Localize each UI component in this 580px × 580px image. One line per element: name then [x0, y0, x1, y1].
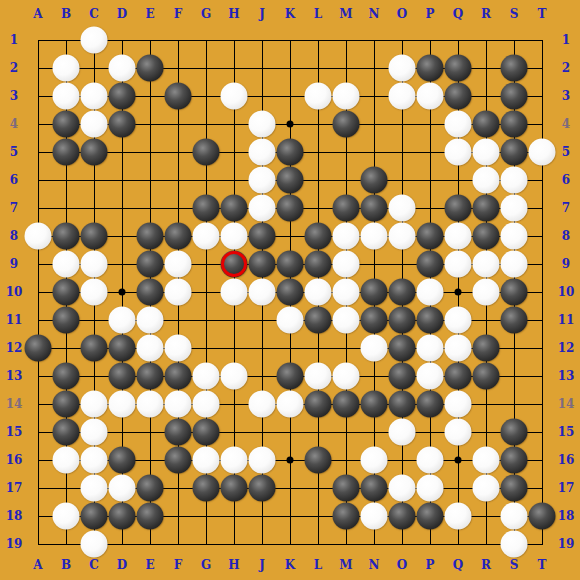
white-stone-H3 — [221, 83, 248, 110]
white-stone-C15 — [81, 419, 108, 446]
col-label-bottom-G: G — [201, 558, 211, 572]
black-stone-K7 — [277, 195, 304, 222]
white-stone-B2 — [53, 55, 80, 82]
white-stone-M10 — [333, 279, 360, 306]
white-stone-P16 — [417, 447, 444, 474]
col-label-bottom-L: L — [314, 558, 322, 572]
col-label-top-F: F — [174, 7, 183, 21]
row-label-left-18: 18 — [6, 509, 23, 523]
star-point-K4 — [287, 121, 294, 128]
white-stone-L10 — [305, 279, 332, 306]
col-label-bottom-C: C — [89, 558, 99, 572]
last-move-marker — [221, 251, 247, 277]
white-stone-Q9 — [445, 251, 472, 278]
row-label-left-2: 2 — [10, 61, 18, 75]
black-stone-E17 — [137, 475, 164, 502]
black-stone-C12 — [81, 335, 108, 362]
black-stone-S17 — [501, 475, 528, 502]
black-stone-R7 — [473, 195, 500, 222]
white-stone-E14 — [137, 391, 164, 418]
white-stone-O15 — [389, 419, 416, 446]
col-label-bottom-B: B — [61, 558, 71, 572]
white-stone-J10 — [249, 279, 276, 306]
black-stone-O13 — [389, 363, 416, 390]
col-label-bottom-N: N — [369, 558, 380, 572]
black-stone-F13 — [165, 363, 192, 390]
black-stone-B11 — [53, 307, 80, 334]
col-label-top-G: G — [201, 7, 211, 21]
row-label-left-11: 11 — [6, 313, 23, 327]
white-stone-C16 — [81, 447, 108, 474]
col-label-bottom-P: P — [425, 558, 434, 572]
white-stone-J7 — [249, 195, 276, 222]
black-stone-R13 — [473, 363, 500, 390]
white-stone-O8 — [389, 223, 416, 250]
white-stone-Q11 — [445, 307, 472, 334]
white-stone-H10 — [221, 279, 248, 306]
white-stone-M11 — [333, 307, 360, 334]
black-stone-E13 — [137, 363, 164, 390]
white-stone-M3 — [333, 83, 360, 110]
black-stone-K10 — [277, 279, 304, 306]
black-stone-M4 — [333, 111, 360, 138]
white-stone-R9 — [473, 251, 500, 278]
col-label-top-Q: Q — [453, 7, 463, 21]
white-stone-P13 — [417, 363, 444, 390]
black-stone-C5 — [81, 139, 108, 166]
row-label-right-12: 12 — [558, 341, 575, 355]
star-point-Q10 — [455, 289, 462, 296]
black-stone-L14 — [305, 391, 332, 418]
white-stone-H16 — [221, 447, 248, 474]
black-stone-L16 — [305, 447, 332, 474]
black-stone-N17 — [361, 475, 388, 502]
col-label-bottom-M: M — [339, 558, 352, 572]
white-stone-R10 — [473, 279, 500, 306]
black-stone-S4 — [501, 111, 528, 138]
col-label-bottom-Q: Q — [453, 558, 463, 572]
black-stone-B13 — [53, 363, 80, 390]
row-label-right-19: 19 — [558, 537, 575, 551]
white-stone-O2 — [389, 55, 416, 82]
black-stone-T18 — [529, 503, 556, 530]
black-stone-B5 — [53, 139, 80, 166]
black-stone-L11 — [305, 307, 332, 334]
black-stone-O14 — [389, 391, 416, 418]
col-label-bottom-A: A — [33, 558, 42, 572]
black-stone-H7 — [221, 195, 248, 222]
black-stone-S10 — [501, 279, 528, 306]
white-stone-C17 — [81, 475, 108, 502]
white-stone-M8 — [333, 223, 360, 250]
black-stone-B10 — [53, 279, 80, 306]
black-stone-N14 — [361, 391, 388, 418]
row-label-left-10: 10 — [6, 285, 23, 299]
row-label-left-13: 13 — [6, 369, 23, 383]
col-label-bottom-R: R — [481, 558, 491, 572]
row-label-right-1: 1 — [562, 33, 570, 47]
black-stone-E9 — [137, 251, 164, 278]
star-point-D10 — [119, 289, 126, 296]
col-label-top-N: N — [369, 7, 380, 21]
black-stone-H17 — [221, 475, 248, 502]
col-label-top-S: S — [510, 7, 519, 21]
black-stone-D3 — [109, 83, 136, 110]
col-label-top-L: L — [314, 7, 322, 21]
black-stone-C18 — [81, 503, 108, 530]
row-label-right-18: 18 — [558, 509, 575, 523]
white-stone-N8 — [361, 223, 388, 250]
white-stone-C10 — [81, 279, 108, 306]
white-stone-F9 — [165, 251, 192, 278]
black-stone-J17 — [249, 475, 276, 502]
black-stone-G15 — [193, 419, 220, 446]
col-label-top-E: E — [145, 7, 154, 21]
white-stone-C4 — [81, 111, 108, 138]
white-stone-P12 — [417, 335, 444, 362]
white-stone-C19 — [81, 531, 108, 558]
go-board-screenshot: AABBCCDDEEFFGGHHJJKKLLMMNNOOPPQQRRSSTT11… — [0, 0, 580, 580]
black-stone-G17 — [193, 475, 220, 502]
black-stone-L9 — [305, 251, 332, 278]
white-stone-C3 — [81, 83, 108, 110]
row-label-right-9: 9 — [562, 257, 570, 271]
black-stone-B15 — [53, 419, 80, 446]
row-label-right-11: 11 — [558, 313, 575, 327]
black-stone-O10 — [389, 279, 416, 306]
black-stone-S5 — [501, 139, 528, 166]
white-stone-P10 — [417, 279, 444, 306]
black-stone-C8 — [81, 223, 108, 250]
col-label-bottom-S: S — [510, 558, 519, 572]
white-stone-G14 — [193, 391, 220, 418]
black-stone-N10 — [361, 279, 388, 306]
col-label-top-P: P — [425, 7, 434, 21]
black-stone-A12 — [25, 335, 52, 362]
black-stone-P2 — [417, 55, 444, 82]
col-label-bottom-H: H — [228, 558, 239, 572]
white-stone-E12 — [137, 335, 164, 362]
col-label-top-D: D — [117, 7, 127, 21]
col-label-top-C: C — [89, 7, 99, 21]
white-stone-R5 — [473, 139, 500, 166]
row-label-left-5: 5 — [10, 145, 18, 159]
black-stone-J9 — [249, 251, 276, 278]
white-stone-J16 — [249, 447, 276, 474]
black-stone-S15 — [501, 419, 528, 446]
row-label-right-16: 16 — [558, 453, 575, 467]
row-label-right-7: 7 — [562, 201, 570, 215]
black-stone-D4 — [109, 111, 136, 138]
black-stone-B4 — [53, 111, 80, 138]
white-stone-O7 — [389, 195, 416, 222]
white-stone-N16 — [361, 447, 388, 474]
white-stone-B3 — [53, 83, 80, 110]
black-stone-Q2 — [445, 55, 472, 82]
row-label-right-13: 13 — [558, 369, 575, 383]
black-stone-P18 — [417, 503, 444, 530]
col-label-top-R: R — [481, 7, 491, 21]
black-stone-P8 — [417, 223, 444, 250]
black-stone-G7 — [193, 195, 220, 222]
white-stone-R16 — [473, 447, 500, 474]
black-stone-R4 — [473, 111, 500, 138]
white-stone-S18 — [501, 503, 528, 530]
black-stone-M18 — [333, 503, 360, 530]
row-label-right-10: 10 — [558, 285, 575, 299]
black-stone-N11 — [361, 307, 388, 334]
white-stone-B9 — [53, 251, 80, 278]
white-stone-B16 — [53, 447, 80, 474]
black-stone-D12 — [109, 335, 136, 362]
white-stone-K11 — [277, 307, 304, 334]
white-stone-J4 — [249, 111, 276, 138]
black-stone-B8 — [53, 223, 80, 250]
black-stone-S16 — [501, 447, 528, 474]
black-stone-K13 — [277, 363, 304, 390]
white-stone-S9 — [501, 251, 528, 278]
black-stone-F15 — [165, 419, 192, 446]
col-label-top-H: H — [228, 7, 239, 21]
black-stone-Q13 — [445, 363, 472, 390]
white-stone-Q12 — [445, 335, 472, 362]
col-label-bottom-K: K — [285, 558, 295, 572]
col-label-top-K: K — [285, 7, 295, 21]
white-stone-F10 — [165, 279, 192, 306]
row-label-right-3: 3 — [562, 89, 570, 103]
black-stone-O11 — [389, 307, 416, 334]
row-label-right-4: 4 — [562, 117, 570, 131]
row-label-left-1: 1 — [10, 33, 18, 47]
col-label-bottom-D: D — [117, 558, 127, 572]
black-stone-F3 — [165, 83, 192, 110]
white-stone-L13 — [305, 363, 332, 390]
black-stone-G5 — [193, 139, 220, 166]
black-stone-M14 — [333, 391, 360, 418]
star-point-K16 — [287, 457, 294, 464]
black-stone-M17 — [333, 475, 360, 502]
row-label-left-17: 17 — [6, 481, 23, 495]
white-stone-L3 — [305, 83, 332, 110]
white-stone-P17 — [417, 475, 444, 502]
white-stone-J5 — [249, 139, 276, 166]
black-stone-O12 — [389, 335, 416, 362]
white-stone-S8 — [501, 223, 528, 250]
black-stone-B14 — [53, 391, 80, 418]
black-stone-D13 — [109, 363, 136, 390]
white-stone-G13 — [193, 363, 220, 390]
row-label-right-14: 14 — [558, 397, 575, 411]
black-stone-E18 — [137, 503, 164, 530]
col-label-top-A: A — [33, 7, 42, 21]
row-label-right-5: 5 — [562, 145, 570, 159]
row-label-left-16: 16 — [6, 453, 23, 467]
white-stone-Q4 — [445, 111, 472, 138]
col-label-top-B: B — [61, 7, 71, 21]
white-stone-A8 — [25, 223, 52, 250]
white-stone-S7 — [501, 195, 528, 222]
black-stone-O18 — [389, 503, 416, 530]
row-label-left-8: 8 — [10, 229, 18, 243]
white-stone-F12 — [165, 335, 192, 362]
row-label-right-2: 2 — [562, 61, 570, 75]
col-label-bottom-F: F — [174, 558, 183, 572]
col-label-bottom-J: J — [259, 558, 265, 572]
black-stone-D16 — [109, 447, 136, 474]
white-stone-N18 — [361, 503, 388, 530]
white-stone-C14 — [81, 391, 108, 418]
black-stone-F16 — [165, 447, 192, 474]
white-stone-D17 — [109, 475, 136, 502]
white-stone-M9 — [333, 251, 360, 278]
black-stone-E8 — [137, 223, 164, 250]
white-stone-D2 — [109, 55, 136, 82]
grid-line-vertical — [542, 40, 543, 545]
star-point-Q16 — [455, 457, 462, 464]
col-label-bottom-O: O — [397, 558, 407, 572]
white-stone-B18 — [53, 503, 80, 530]
row-label-left-4: 4 — [10, 117, 18, 131]
black-stone-L8 — [305, 223, 332, 250]
white-stone-J14 — [249, 391, 276, 418]
white-stone-K14 — [277, 391, 304, 418]
white-stone-R6 — [473, 167, 500, 194]
grid-line-horizontal — [38, 544, 543, 545]
black-stone-R12 — [473, 335, 500, 362]
black-stone-P11 — [417, 307, 444, 334]
black-stone-Q7 — [445, 195, 472, 222]
black-stone-P9 — [417, 251, 444, 278]
white-stone-D11 — [109, 307, 136, 334]
black-stone-M7 — [333, 195, 360, 222]
white-stone-M13 — [333, 363, 360, 390]
black-stone-D18 — [109, 503, 136, 530]
white-stone-C9 — [81, 251, 108, 278]
white-stone-O3 — [389, 83, 416, 110]
white-stone-T5 — [529, 139, 556, 166]
white-stone-H8 — [221, 223, 248, 250]
black-stone-J8 — [249, 223, 276, 250]
col-label-top-T: T — [538, 7, 547, 21]
white-stone-S19 — [501, 531, 528, 558]
row-label-left-7: 7 — [10, 201, 18, 215]
row-label-left-19: 19 — [6, 537, 23, 551]
row-label-right-8: 8 — [562, 229, 570, 243]
black-stone-K9 — [277, 251, 304, 278]
black-stone-E10 — [137, 279, 164, 306]
white-stone-E11 — [137, 307, 164, 334]
black-stone-S11 — [501, 307, 528, 334]
white-stone-J6 — [249, 167, 276, 194]
white-stone-Q14 — [445, 391, 472, 418]
white-stone-R17 — [473, 475, 500, 502]
white-stone-Q15 — [445, 419, 472, 446]
black-stone-K6 — [277, 167, 304, 194]
white-stone-G8 — [193, 223, 220, 250]
white-stone-Q18 — [445, 503, 472, 530]
white-stone-G16 — [193, 447, 220, 474]
row-label-right-15: 15 — [558, 425, 575, 439]
black-stone-E2 — [137, 55, 164, 82]
white-stone-O17 — [389, 475, 416, 502]
black-stone-F8 — [165, 223, 192, 250]
row-label-left-15: 15 — [6, 425, 23, 439]
col-label-top-J: J — [259, 7, 265, 21]
white-stone-H13 — [221, 363, 248, 390]
col-label-bottom-E: E — [145, 558, 154, 572]
row-label-left-14: 14 — [6, 397, 23, 411]
white-stone-P3 — [417, 83, 444, 110]
black-stone-R8 — [473, 223, 500, 250]
white-stone-S6 — [501, 167, 528, 194]
white-stone-D14 — [109, 391, 136, 418]
col-label-bottom-T: T — [538, 558, 547, 572]
white-stone-C1 — [81, 27, 108, 54]
row-label-left-6: 6 — [10, 173, 18, 187]
black-stone-N7 — [361, 195, 388, 222]
row-label-right-6: 6 — [562, 173, 570, 187]
col-label-top-M: M — [339, 7, 352, 21]
row-label-right-17: 17 — [558, 481, 575, 495]
black-stone-S2 — [501, 55, 528, 82]
black-stone-S3 — [501, 83, 528, 110]
black-stone-Q3 — [445, 83, 472, 110]
white-stone-N12 — [361, 335, 388, 362]
white-stone-F14 — [165, 391, 192, 418]
row-label-left-9: 9 — [10, 257, 18, 271]
white-stone-Q5 — [445, 139, 472, 166]
white-stone-Q8 — [445, 223, 472, 250]
row-label-left-3: 3 — [10, 89, 18, 103]
black-stone-K5 — [277, 139, 304, 166]
black-stone-N6 — [361, 167, 388, 194]
row-label-left-12: 12 — [6, 341, 23, 355]
col-label-top-O: O — [397, 7, 407, 21]
black-stone-P14 — [417, 391, 444, 418]
